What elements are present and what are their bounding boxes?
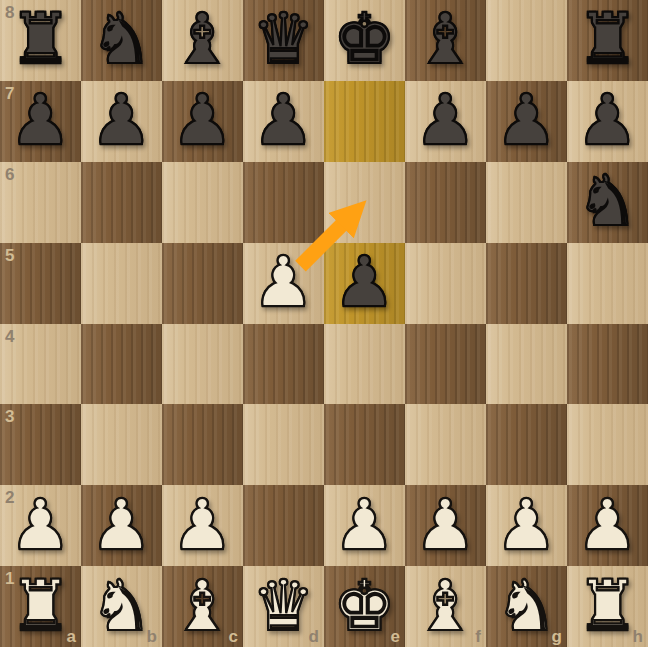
piece-white-knight[interactable]: ♞: [90, 571, 153, 641]
square-a7[interactable]: 7♟: [0, 81, 81, 162]
square-a5[interactable]: 5: [0, 243, 81, 324]
square-b3[interactable]: [81, 404, 162, 485]
square-b7[interactable]: ♟: [81, 81, 162, 162]
square-g8[interactable]: [486, 0, 567, 81]
piece-white-rook[interactable]: ♜: [9, 571, 72, 641]
square-g6[interactable]: [486, 162, 567, 243]
square-a2[interactable]: 2♟: [0, 485, 81, 566]
square-h5[interactable]: [567, 243, 648, 324]
square-b5[interactable]: [81, 243, 162, 324]
square-a1[interactable]: 1a♜: [0, 566, 81, 647]
piece-white-queen[interactable]: ♛: [252, 571, 315, 641]
square-h4[interactable]: [567, 324, 648, 405]
square-f4[interactable]: [405, 324, 486, 405]
piece-black-rook[interactable]: ♜: [576, 4, 639, 74]
piece-black-pawn[interactable]: ♟: [9, 85, 72, 155]
square-b6[interactable]: [81, 162, 162, 243]
square-f7[interactable]: ♟: [405, 81, 486, 162]
piece-white-bishop[interactable]: ♝: [414, 571, 477, 641]
square-d6[interactable]: [243, 162, 324, 243]
piece-black-king[interactable]: ♚: [333, 4, 396, 74]
square-f5[interactable]: [405, 243, 486, 324]
piece-white-pawn[interactable]: ♟: [576, 490, 639, 560]
piece-white-rook[interactable]: ♜: [576, 571, 639, 641]
square-c1[interactable]: c♝: [162, 566, 243, 647]
piece-black-pawn[interactable]: ♟: [414, 85, 477, 155]
square-f6[interactable]: [405, 162, 486, 243]
piece-white-king[interactable]: ♚: [333, 571, 396, 641]
square-g3[interactable]: [486, 404, 567, 485]
piece-black-pawn[interactable]: ♟: [90, 85, 153, 155]
square-d2[interactable]: [243, 485, 324, 566]
rank-label-5: 5: [5, 247, 14, 264]
square-b8[interactable]: ♞: [81, 0, 162, 81]
square-h6[interactable]: ♞: [567, 162, 648, 243]
chess-board: 8♜♞♝♛♚♝♜7♟♟♟♟♟♟♟6♞5♟♟432♟♟♟♟♟♟♟1a♜b♞c♝d♛…: [0, 0, 648, 647]
piece-black-pawn[interactable]: ♟: [252, 85, 315, 155]
square-d3[interactable]: [243, 404, 324, 485]
square-c8[interactable]: ♝: [162, 0, 243, 81]
square-f1[interactable]: f♝: [405, 566, 486, 647]
square-e2[interactable]: ♟: [324, 485, 405, 566]
piece-white-pawn[interactable]: ♟: [414, 490, 477, 560]
square-g4[interactable]: [486, 324, 567, 405]
square-f3[interactable]: [405, 404, 486, 485]
square-a3[interactable]: 3: [0, 404, 81, 485]
square-h8[interactable]: ♜: [567, 0, 648, 81]
piece-black-pawn[interactable]: ♟: [495, 85, 558, 155]
square-e5[interactable]: ♟: [324, 243, 405, 324]
square-c4[interactable]: [162, 324, 243, 405]
square-a4[interactable]: 4: [0, 324, 81, 405]
square-c6[interactable]: [162, 162, 243, 243]
square-e3[interactable]: [324, 404, 405, 485]
piece-white-pawn[interactable]: ♟: [90, 490, 153, 560]
square-f8[interactable]: ♝: [405, 0, 486, 81]
square-d5[interactable]: ♟: [243, 243, 324, 324]
square-h7[interactable]: ♟: [567, 81, 648, 162]
piece-black-pawn[interactable]: ♟: [576, 85, 639, 155]
square-e7[interactable]: [324, 81, 405, 162]
piece-white-pawn[interactable]: ♟: [171, 490, 234, 560]
piece-black-queen[interactable]: ♛: [252, 4, 315, 74]
square-d4[interactable]: [243, 324, 324, 405]
piece-black-rook[interactable]: ♜: [9, 4, 72, 74]
piece-black-bishop[interactable]: ♝: [171, 4, 234, 74]
square-g5[interactable]: [486, 243, 567, 324]
square-e4[interactable]: [324, 324, 405, 405]
rank-label-3: 3: [5, 408, 14, 425]
square-c7[interactable]: ♟: [162, 81, 243, 162]
piece-white-pawn[interactable]: ♟: [495, 490, 558, 560]
square-h2[interactable]: ♟: [567, 485, 648, 566]
piece-white-knight[interactable]: ♞: [495, 571, 558, 641]
rank-label-4: 4: [5, 328, 14, 345]
piece-white-pawn[interactable]: ♟: [252, 247, 315, 317]
square-e8[interactable]: ♚: [324, 0, 405, 81]
square-h3[interactable]: [567, 404, 648, 485]
square-d7[interactable]: ♟: [243, 81, 324, 162]
square-c3[interactable]: [162, 404, 243, 485]
square-d8[interactable]: ♛: [243, 0, 324, 81]
piece-white-bishop[interactable]: ♝: [171, 571, 234, 641]
square-a6[interactable]: 6: [0, 162, 81, 243]
piece-black-pawn[interactable]: ♟: [171, 85, 234, 155]
square-d1[interactable]: d♛: [243, 566, 324, 647]
piece-white-pawn[interactable]: ♟: [9, 490, 72, 560]
piece-black-knight[interactable]: ♞: [576, 166, 639, 236]
square-c2[interactable]: ♟: [162, 485, 243, 566]
square-b1[interactable]: b♞: [81, 566, 162, 647]
square-g7[interactable]: ♟: [486, 81, 567, 162]
square-g1[interactable]: g♞: [486, 566, 567, 647]
square-h1[interactable]: h♜: [567, 566, 648, 647]
square-e1[interactable]: e♚: [324, 566, 405, 647]
square-b4[interactable]: [81, 324, 162, 405]
piece-black-knight[interactable]: ♞: [90, 4, 153, 74]
square-e6[interactable]: [324, 162, 405, 243]
piece-white-pawn[interactable]: ♟: [333, 490, 396, 560]
piece-black-pawn[interactable]: ♟: [333, 247, 396, 317]
rank-label-6: 6: [5, 166, 14, 183]
square-f2[interactable]: ♟: [405, 485, 486, 566]
piece-black-bishop[interactable]: ♝: [414, 4, 477, 74]
square-g2[interactable]: ♟: [486, 485, 567, 566]
square-b2[interactable]: ♟: [81, 485, 162, 566]
square-a8[interactable]: 8♜: [0, 0, 81, 81]
square-c5[interactable]: [162, 243, 243, 324]
